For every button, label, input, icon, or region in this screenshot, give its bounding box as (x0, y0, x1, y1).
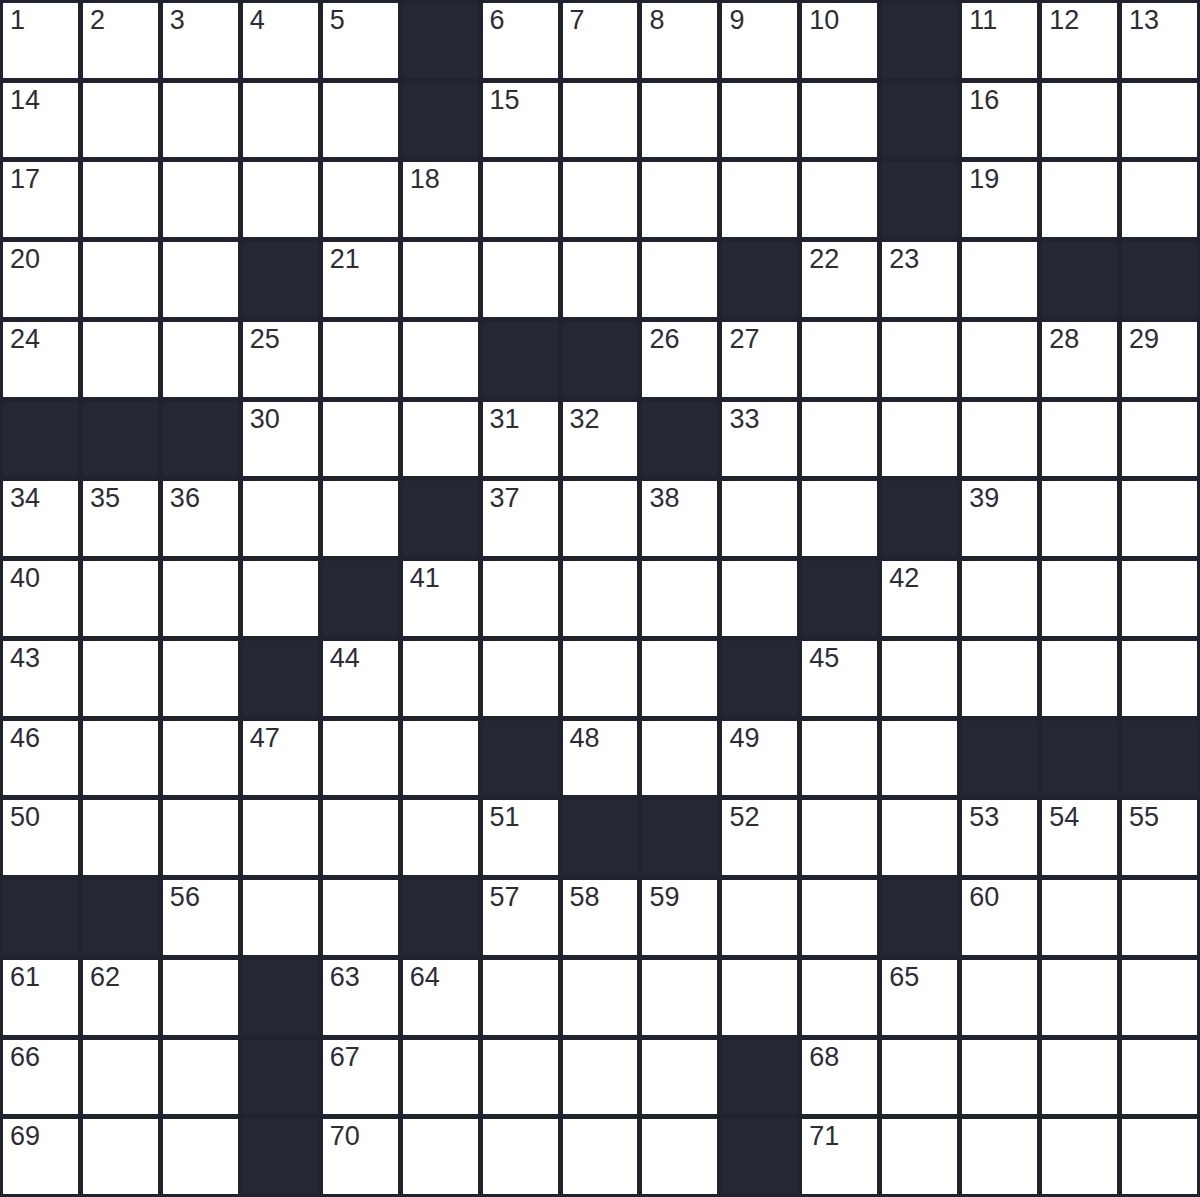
cell-r4c1[interactable]: 20 (3, 242, 78, 317)
cell-r8c15[interactable] (1122, 561, 1197, 636)
cell-r4c6[interactable] (403, 242, 478, 317)
cell-r13c3[interactable] (163, 960, 238, 1035)
cell-r15c13[interactable] (962, 1119, 1037, 1194)
cell-r15c15[interactable] (1122, 1119, 1197, 1194)
cell-r8c6[interactable]: 41 (403, 561, 478, 636)
cell-r10c5[interactable] (323, 721, 398, 796)
cell-r4c7[interactable] (483, 242, 558, 317)
clue-number-4: 4 (250, 5, 265, 36)
clue-number-71: 71 (809, 1121, 839, 1152)
cell-r6c13[interactable] (962, 402, 1037, 477)
cell-r7c2[interactable]: 35 (83, 481, 158, 556)
cell-r10c10[interactable]: 49 (722, 721, 797, 796)
cell-r8c7[interactable] (483, 561, 558, 636)
cell-r13c6[interactable]: 64 (403, 960, 478, 1035)
cell-r14c14[interactable] (1042, 1040, 1117, 1115)
cell-r13c7[interactable] (483, 960, 558, 1035)
cell-r6c5[interactable] (323, 402, 398, 477)
black-cell-r11c9 (642, 800, 717, 875)
black-cell-r14c4 (243, 1040, 318, 1115)
cell-r14c2[interactable] (83, 1040, 158, 1115)
cell-r7c4[interactable] (243, 481, 318, 556)
cell-r8c13[interactable] (962, 561, 1037, 636)
cell-r14c3[interactable] (163, 1040, 238, 1115)
cell-r15c9[interactable] (642, 1119, 717, 1194)
clue-number-25: 25 (250, 324, 280, 355)
cell-r5c1[interactable]: 24 (3, 322, 78, 397)
cell-r11c15[interactable]: 55 (1122, 800, 1197, 875)
clue-number-47: 47 (250, 723, 280, 754)
clue-number-55: 55 (1129, 802, 1159, 833)
cell-r11c11[interactable] (802, 800, 877, 875)
cell-r1c10[interactable]: 9 (722, 3, 797, 78)
cell-r15c5[interactable]: 70 (323, 1119, 398, 1194)
cell-r3c8[interactable] (563, 162, 638, 237)
black-cell-r4c10 (722, 242, 797, 317)
black-cell-r13c4 (243, 960, 318, 1035)
cell-r6c12[interactable] (882, 402, 957, 477)
clue-number-58: 58 (570, 882, 600, 913)
cell-r4c8[interactable] (563, 242, 638, 317)
crossword-board: 1234567891011121314151617181920212223242… (0, 0, 1200, 1197)
cell-r15c8[interactable] (563, 1119, 638, 1194)
cell-r11c4[interactable] (243, 800, 318, 875)
cell-r9c2[interactable] (83, 641, 158, 716)
clue-number-15: 15 (490, 85, 520, 116)
black-cell-r5c7 (483, 322, 558, 397)
cell-r1c2[interactable]: 2 (83, 3, 158, 78)
clue-number-61: 61 (10, 962, 40, 993)
clue-number-32: 32 (570, 404, 600, 435)
cell-r14c12[interactable] (882, 1040, 957, 1115)
cell-r15c7[interactable] (483, 1119, 558, 1194)
cell-r14c11[interactable]: 68 (802, 1040, 877, 1115)
black-cell-r6c2 (83, 402, 158, 477)
cell-r8c12[interactable]: 42 (882, 561, 957, 636)
cell-r9c14[interactable] (1042, 641, 1117, 716)
cell-r15c12[interactable] (882, 1119, 957, 1194)
cell-r1c9[interactable]: 8 (642, 3, 717, 78)
cell-r10c12[interactable] (882, 721, 957, 796)
cell-r13c8[interactable] (563, 960, 638, 1035)
clue-number-26: 26 (649, 324, 679, 355)
cell-r14c5[interactable]: 67 (323, 1040, 398, 1115)
black-cell-r6c9 (642, 402, 717, 477)
cell-r6c10[interactable]: 33 (722, 402, 797, 477)
clue-number-5: 5 (330, 5, 345, 36)
clue-number-13: 13 (1129, 5, 1159, 36)
cell-r4c13[interactable] (962, 242, 1037, 317)
cell-r8c3[interactable] (163, 561, 238, 636)
cell-r5c3[interactable] (163, 322, 238, 397)
cell-r15c2[interactable] (83, 1119, 158, 1194)
clue-number-30: 30 (250, 404, 280, 435)
cell-r10c8[interactable]: 48 (563, 721, 638, 796)
cell-r14c8[interactable] (563, 1040, 638, 1115)
cell-r13c12[interactable]: 65 (882, 960, 957, 1035)
black-cell-r11c8 (563, 800, 638, 875)
cell-r7c15[interactable] (1122, 481, 1197, 556)
cell-r9c5[interactable]: 44 (323, 641, 398, 716)
cell-r2c14[interactable] (1042, 83, 1117, 158)
cell-r12c8[interactable]: 58 (563, 880, 638, 955)
cell-r1c3[interactable]: 3 (163, 3, 238, 78)
clue-number-68: 68 (809, 1042, 839, 1073)
black-cell-r6c3 (163, 402, 238, 477)
cell-r5c5[interactable] (323, 322, 398, 397)
cell-r9c13[interactable] (962, 641, 1037, 716)
clue-number-9: 9 (729, 5, 744, 36)
cell-r8c8[interactable] (563, 561, 638, 636)
cell-r7c3[interactable]: 36 (163, 481, 238, 556)
black-cell-r9c4 (243, 641, 318, 716)
black-cell-r1c12 (882, 3, 957, 78)
cell-r2c2[interactable] (83, 83, 158, 158)
cell-r14c1[interactable]: 66 (3, 1040, 78, 1115)
cell-r13c2[interactable]: 62 (83, 960, 158, 1035)
cell-r3c15[interactable] (1122, 162, 1197, 237)
cell-r14c6[interactable] (403, 1040, 478, 1115)
cell-r2c1[interactable]: 14 (3, 83, 78, 158)
cell-r10c3[interactable] (163, 721, 238, 796)
clue-number-22: 22 (809, 244, 839, 275)
clue-number-43: 43 (10, 643, 40, 674)
black-cell-r12c1 (3, 880, 78, 955)
clue-number-62: 62 (90, 962, 120, 993)
cell-r7c13[interactable]: 39 (962, 481, 1037, 556)
cell-r12c10[interactable] (722, 880, 797, 955)
black-cell-r12c6 (403, 880, 478, 955)
cell-r2c7[interactable]: 15 (483, 83, 558, 158)
black-cell-r10c14 (1042, 721, 1117, 796)
cell-r12c7[interactable]: 57 (483, 880, 558, 955)
cell-r10c4[interactable]: 47 (243, 721, 318, 796)
black-cell-r6c1 (3, 402, 78, 477)
cell-r2c9[interactable] (642, 83, 717, 158)
cell-r3c1[interactable]: 17 (3, 162, 78, 237)
clue-number-6: 6 (490, 5, 505, 36)
cell-r15c14[interactable] (1042, 1119, 1117, 1194)
cell-r3c3[interactable] (163, 162, 238, 237)
cell-r3c6[interactable]: 18 (403, 162, 478, 237)
cell-r8c2[interactable] (83, 561, 158, 636)
clue-number-27: 27 (729, 324, 759, 355)
cell-r1c15[interactable]: 13 (1122, 3, 1197, 78)
black-cell-r10c15 (1122, 721, 1197, 796)
cell-r1c1[interactable]: 1 (3, 3, 78, 78)
cell-r10c11[interactable] (802, 721, 877, 796)
cell-r5c11[interactable] (802, 322, 877, 397)
clue-number-63: 63 (330, 962, 360, 993)
cell-r8c10[interactable] (722, 561, 797, 636)
clue-number-42: 42 (889, 563, 919, 594)
cell-r10c6[interactable] (403, 721, 478, 796)
cell-r7c5[interactable] (323, 481, 398, 556)
cell-r4c2[interactable] (83, 242, 158, 317)
black-cell-r4c14 (1042, 242, 1117, 317)
cell-r9c3[interactable] (163, 641, 238, 716)
cell-r3c5[interactable] (323, 162, 398, 237)
cell-r8c1[interactable]: 40 (3, 561, 78, 636)
clue-number-39: 39 (969, 483, 999, 514)
cell-r9c15[interactable] (1122, 641, 1197, 716)
cell-r5c2[interactable] (83, 322, 158, 397)
cell-r9c6[interactable] (403, 641, 478, 716)
clue-number-51: 51 (490, 802, 520, 833)
cell-r6c7[interactable]: 31 (483, 402, 558, 477)
cell-r15c3[interactable] (163, 1119, 238, 1194)
cell-r7c10[interactable] (722, 481, 797, 556)
cell-r5c4[interactable]: 25 (243, 322, 318, 397)
black-cell-r1c6 (403, 3, 478, 78)
cell-r3c2[interactable] (83, 162, 158, 237)
cell-r8c4[interactable] (243, 561, 318, 636)
clue-number-54: 54 (1049, 802, 1079, 833)
cell-r3c7[interactable] (483, 162, 558, 237)
cell-r6c11[interactable] (802, 402, 877, 477)
clue-number-65: 65 (889, 962, 919, 993)
cell-r5c6[interactable] (403, 322, 478, 397)
cell-r15c6[interactable] (403, 1119, 478, 1194)
cell-r14c13[interactable] (962, 1040, 1037, 1115)
clue-number-10: 10 (809, 5, 839, 36)
cell-r14c9[interactable] (642, 1040, 717, 1115)
cell-r11c2[interactable] (83, 800, 158, 875)
clue-number-7: 7 (570, 5, 585, 36)
cell-r11c12[interactable] (882, 800, 957, 875)
clue-number-48: 48 (570, 723, 600, 754)
black-cell-r2c12 (882, 83, 957, 158)
clue-number-45: 45 (809, 643, 839, 674)
cell-r4c9[interactable] (642, 242, 717, 317)
clue-number-57: 57 (490, 882, 520, 913)
cell-r5c15[interactable]: 29 (1122, 322, 1197, 397)
clue-number-53: 53 (969, 802, 999, 833)
clue-number-41: 41 (410, 563, 440, 594)
cell-r1c11[interactable]: 10 (802, 3, 877, 78)
cell-r13c9[interactable] (642, 960, 717, 1035)
clue-number-17: 17 (10, 164, 40, 195)
cell-r14c15[interactable] (1122, 1040, 1197, 1115)
cell-r15c1[interactable]: 69 (3, 1119, 78, 1194)
cell-r5c14[interactable]: 28 (1042, 322, 1117, 397)
cell-r9c12[interactable] (882, 641, 957, 716)
cell-r13c11[interactable] (802, 960, 877, 1035)
clue-number-33: 33 (729, 404, 759, 435)
clue-number-3: 3 (170, 5, 185, 36)
black-cell-r12c12 (882, 880, 957, 955)
cell-r4c12[interactable]: 23 (882, 242, 957, 317)
cell-r6c8[interactable]: 32 (563, 402, 638, 477)
cell-r9c7[interactable] (483, 641, 558, 716)
cell-r7c7[interactable]: 37 (483, 481, 558, 556)
black-cell-r9c10 (722, 641, 797, 716)
cell-r2c15[interactable] (1122, 83, 1197, 158)
black-cell-r7c6 (403, 481, 478, 556)
cell-r13c1[interactable]: 61 (3, 960, 78, 1035)
clue-number-59: 59 (649, 882, 679, 913)
cell-r14c7[interactable] (483, 1040, 558, 1115)
clue-number-16: 16 (969, 85, 999, 116)
clue-number-11: 11 (969, 5, 997, 36)
clue-number-37: 37 (490, 483, 520, 514)
cell-r7c14[interactable] (1042, 481, 1117, 556)
black-cell-r7c12 (882, 481, 957, 556)
clue-number-12: 12 (1049, 5, 1079, 36)
clue-number-49: 49 (729, 723, 759, 754)
cell-r11c5[interactable] (323, 800, 398, 875)
clue-number-69: 69 (10, 1121, 40, 1152)
cell-r13c15[interactable] (1122, 960, 1197, 1035)
cell-r12c4[interactable] (243, 880, 318, 955)
black-cell-r15c10 (722, 1119, 797, 1194)
clue-number-8: 8 (649, 5, 664, 36)
clue-number-70: 70 (330, 1121, 360, 1152)
clue-number-24: 24 (10, 324, 40, 355)
cell-r11c13[interactable]: 53 (962, 800, 1037, 875)
cell-r12c14[interactable] (1042, 880, 1117, 955)
black-cell-r4c15 (1122, 242, 1197, 317)
cell-r3c14[interactable] (1042, 162, 1117, 237)
cell-r6c6[interactable] (403, 402, 478, 477)
cell-r4c11[interactable]: 22 (802, 242, 877, 317)
cell-r3c11[interactable] (802, 162, 877, 237)
cell-r10c9[interactable] (642, 721, 717, 796)
black-cell-r2c6 (403, 83, 478, 158)
cell-r2c13[interactable]: 16 (962, 83, 1037, 158)
cell-r2c11[interactable] (802, 83, 877, 158)
cell-r4c3[interactable] (163, 242, 238, 317)
cell-r13c5[interactable]: 63 (323, 960, 398, 1035)
cell-r5c13[interactable] (962, 322, 1037, 397)
cell-r11c6[interactable] (403, 800, 478, 875)
cell-r12c15[interactable] (1122, 880, 1197, 955)
cell-r7c9[interactable]: 38 (642, 481, 717, 556)
black-cell-r10c13 (962, 721, 1037, 796)
cell-r2c4[interactable] (243, 83, 318, 158)
black-cell-r5c8 (563, 322, 638, 397)
cell-r1c8[interactable]: 7 (563, 3, 638, 78)
cell-r12c13[interactable]: 60 (962, 880, 1037, 955)
black-cell-r4c4 (243, 242, 318, 317)
cell-r6c4[interactable]: 30 (243, 402, 318, 477)
cell-r12c9[interactable]: 59 (642, 880, 717, 955)
cell-r3c4[interactable] (243, 162, 318, 237)
cell-r13c10[interactable] (722, 960, 797, 1035)
cell-r6c15[interactable] (1122, 402, 1197, 477)
clue-number-19: 19 (969, 164, 999, 195)
cell-r11c3[interactable] (163, 800, 238, 875)
cell-r2c5[interactable] (323, 83, 398, 158)
clue-number-35: 35 (90, 483, 120, 514)
cell-r2c10[interactable] (722, 83, 797, 158)
cell-r9c11[interactable]: 45 (802, 641, 877, 716)
cell-r7c1[interactable]: 34 (3, 481, 78, 556)
clue-number-38: 38 (649, 483, 679, 514)
cell-r11c7[interactable]: 51 (483, 800, 558, 875)
black-cell-r10c7 (483, 721, 558, 796)
cell-r11c10[interactable]: 52 (722, 800, 797, 875)
cell-r9c1[interactable]: 43 (3, 641, 78, 716)
cell-r15c11[interactable]: 71 (802, 1119, 877, 1194)
clue-number-31: 31 (490, 404, 520, 435)
clue-number-40: 40 (10, 563, 40, 594)
clue-number-21: 21 (330, 244, 360, 275)
black-cell-r14c10 (722, 1040, 797, 1115)
clue-number-14: 14 (10, 85, 40, 116)
clue-number-34: 34 (10, 483, 40, 514)
clue-number-67: 67 (330, 1042, 360, 1073)
clue-number-1: 1 (10, 5, 25, 36)
cell-r1c5[interactable]: 5 (323, 3, 398, 78)
black-cell-r8c5 (323, 561, 398, 636)
cell-r6c14[interactable] (1042, 402, 1117, 477)
clue-number-29: 29 (1129, 324, 1159, 355)
black-cell-r15c4 (243, 1119, 318, 1194)
clue-number-2: 2 (90, 5, 105, 36)
cell-r2c8[interactable] (563, 83, 638, 158)
cell-r1c7[interactable]: 6 (483, 3, 558, 78)
cell-r2c3[interactable] (163, 83, 238, 158)
clue-number-50: 50 (10, 802, 40, 833)
cell-r10c2[interactable] (83, 721, 158, 796)
cell-r5c12[interactable] (882, 322, 957, 397)
clue-number-56: 56 (170, 882, 200, 913)
cell-r9c8[interactable] (563, 641, 638, 716)
cell-r11c1[interactable]: 50 (3, 800, 78, 875)
cell-r11c14[interactable]: 54 (1042, 800, 1117, 875)
cell-r8c14[interactable] (1042, 561, 1117, 636)
clue-number-66: 66 (10, 1042, 40, 1073)
cell-r8c9[interactable] (642, 561, 717, 636)
clue-number-28: 28 (1049, 324, 1079, 355)
cell-r10c1[interactable]: 46 (3, 721, 78, 796)
clue-number-18: 18 (410, 164, 440, 195)
clue-number-46: 46 (10, 723, 40, 754)
clue-number-44: 44 (330, 643, 360, 674)
cell-r12c3[interactable]: 56 (163, 880, 238, 955)
cell-r1c14[interactable]: 12 (1042, 3, 1117, 78)
clue-number-20: 20 (10, 244, 40, 275)
cell-r7c8[interactable] (563, 481, 638, 556)
cell-r4c5[interactable]: 21 (323, 242, 398, 317)
cell-r3c9[interactable] (642, 162, 717, 237)
cell-r3c10[interactable] (722, 162, 797, 237)
black-cell-r8c11 (802, 561, 877, 636)
cell-r7c11[interactable] (802, 481, 877, 556)
cell-r1c4[interactable]: 4 (243, 3, 318, 78)
cell-r3c13[interactable]: 19 (962, 162, 1037, 237)
clue-number-52: 52 (729, 802, 759, 833)
cell-r12c5[interactable] (323, 880, 398, 955)
black-cell-r3c12 (882, 162, 957, 237)
cell-r13c14[interactable] (1042, 960, 1117, 1035)
cell-r12c11[interactable] (802, 880, 877, 955)
cell-r1c13[interactable]: 11 (962, 3, 1037, 78)
clue-number-36: 36 (170, 483, 200, 514)
cell-r5c10[interactable]: 27 (722, 322, 797, 397)
cell-r13c13[interactable] (962, 960, 1037, 1035)
clue-number-64: 64 (410, 962, 440, 993)
clue-number-23: 23 (889, 244, 919, 275)
cell-r9c9[interactable] (642, 641, 717, 716)
black-cell-r12c2 (83, 880, 158, 955)
cell-r5c9[interactable]: 26 (642, 322, 717, 397)
clue-number-60: 60 (969, 882, 999, 913)
